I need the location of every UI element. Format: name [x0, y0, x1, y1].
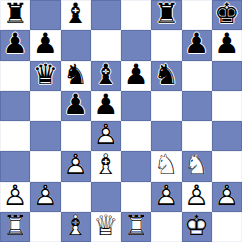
square-c6[interactable]: ♞: [61, 61, 91, 91]
piece-black-knight[interactable]: ♞: [151, 61, 181, 91]
piece-white-pawn[interactable]: ♟♙: [91, 121, 121, 151]
square-a1[interactable]: ♜♖: [0, 212, 30, 242]
white-bishop-outline-icon: ♗: [61, 212, 91, 242]
chess-board: ♜♝♜♚♟♟♟♟♛♞♝♟♞♟♟♟♙♟♙♝♗♞♘♞♘♟♙♟♙♟♙♟♙♟♙♜♖♝♗♛…: [0, 0, 242, 242]
black-pawn-icon: ♟: [121, 61, 151, 91]
white-rook-outline-icon: ♖: [0, 212, 30, 242]
black-pawn-icon: ♟: [182, 30, 212, 60]
piece-white-rook[interactable]: ♜♖: [0, 212, 30, 242]
square-h5[interactable]: [212, 91, 242, 121]
square-e2[interactable]: [121, 182, 151, 212]
white-bishop-outline-icon: ♗: [91, 151, 121, 181]
square-e1[interactable]: ♜♖: [121, 212, 151, 242]
square-f6[interactable]: ♞: [151, 61, 181, 91]
square-g6[interactable]: [182, 61, 212, 91]
piece-black-pawn[interactable]: ♟: [182, 30, 212, 60]
square-c7[interactable]: [61, 30, 91, 60]
piece-black-pawn[interactable]: ♟: [91, 91, 121, 121]
black-knight-icon: ♞: [151, 61, 181, 91]
square-h2[interactable]: ♟♙: [212, 182, 242, 212]
black-pawn-icon: ♟: [91, 91, 121, 121]
square-g2[interactable]: ♟♙: [182, 182, 212, 212]
black-bishop-icon: ♝: [91, 61, 121, 91]
square-g8[interactable]: [182, 0, 212, 30]
white-pawn-outline-icon: ♙: [182, 182, 212, 212]
piece-black-pawn[interactable]: ♟: [30, 30, 60, 60]
square-g5[interactable]: [182, 91, 212, 121]
piece-white-pawn[interactable]: ♟♙: [151, 182, 181, 212]
piece-black-pawn[interactable]: ♟: [121, 61, 151, 91]
white-knight-outline-icon: ♘: [182, 151, 212, 181]
square-f4[interactable]: [151, 121, 181, 151]
black-bishop-icon: ♝: [61, 0, 91, 30]
black-pawn-icon: ♟: [212, 30, 242, 60]
square-b2[interactable]: ♟♙: [30, 182, 60, 212]
square-g3[interactable]: ♞♘: [182, 151, 212, 181]
square-f5[interactable]: [151, 91, 181, 121]
white-pawn-outline-icon: ♙: [91, 121, 121, 151]
white-pawn-outline-icon: ♙: [212, 182, 242, 212]
piece-white-king[interactable]: ♚♔: [182, 212, 212, 242]
piece-white-rook[interactable]: ♜♖: [121, 212, 151, 242]
square-h8[interactable]: ♚: [212, 0, 242, 30]
white-pawn-outline-icon: ♙: [61, 151, 91, 181]
square-g7[interactable]: ♟: [182, 30, 212, 60]
square-c4[interactable]: [61, 121, 91, 151]
square-a7[interactable]: ♟: [0, 30, 30, 60]
square-e4[interactable]: [121, 121, 151, 151]
square-h3[interactable]: [212, 151, 242, 181]
square-b5[interactable]: [30, 91, 60, 121]
piece-black-pawn[interactable]: ♟: [61, 91, 91, 121]
square-c1[interactable]: ♝♗: [61, 212, 91, 242]
black-king-icon: ♚: [212, 0, 242, 30]
piece-white-pawn[interactable]: ♟♙: [0, 182, 30, 212]
square-f7[interactable]: [151, 30, 181, 60]
square-d8[interactable]: [91, 0, 121, 30]
piece-white-bishop[interactable]: ♝♗: [61, 212, 91, 242]
piece-white-queen[interactable]: ♛♕: [91, 212, 121, 242]
black-pawn-icon: ♟: [61, 91, 91, 121]
white-pawn-outline-icon: ♙: [0, 182, 30, 212]
black-queen-icon: ♛: [30, 61, 60, 91]
piece-white-pawn[interactable]: ♟♙: [212, 182, 242, 212]
square-f1[interactable]: [151, 212, 181, 242]
piece-white-knight[interactable]: ♞♘: [182, 151, 212, 181]
white-pawn-outline-icon: ♙: [30, 182, 60, 212]
square-d7[interactable]: [91, 30, 121, 60]
square-b4[interactable]: [30, 121, 60, 151]
square-d2[interactable]: [91, 182, 121, 212]
square-e5[interactable]: [121, 91, 151, 121]
square-a2[interactable]: ♟♙: [0, 182, 30, 212]
piece-black-queen[interactable]: ♛: [30, 61, 60, 91]
square-e7[interactable]: [121, 30, 151, 60]
square-h7[interactable]: ♟: [212, 30, 242, 60]
square-a3[interactable]: [0, 151, 30, 181]
square-a6[interactable]: [0, 61, 30, 91]
piece-black-rook[interactable]: ♜: [151, 0, 181, 30]
piece-black-bishop[interactable]: ♝: [61, 0, 91, 30]
square-d4[interactable]: ♟♙: [91, 121, 121, 151]
square-e6[interactable]: ♟: [121, 61, 151, 91]
piece-black-pawn[interactable]: ♟: [212, 30, 242, 60]
black-knight-icon: ♞: [61, 61, 91, 91]
square-b8[interactable]: [30, 0, 60, 30]
square-c2[interactable]: [61, 182, 91, 212]
square-b6[interactable]: ♛: [30, 61, 60, 91]
square-a8[interactable]: ♜: [0, 0, 30, 30]
black-rook-icon: ♜: [0, 0, 30, 30]
square-d5[interactable]: ♟: [91, 91, 121, 121]
piece-black-bishop[interactable]: ♝: [91, 61, 121, 91]
piece-white-bishop[interactable]: ♝♗: [91, 151, 121, 181]
square-b1[interactable]: [30, 212, 60, 242]
white-queen-outline-icon: ♕: [91, 212, 121, 242]
white-pawn-outline-icon: ♙: [151, 182, 181, 212]
piece-white-pawn[interactable]: ♟♙: [182, 182, 212, 212]
white-knight-outline-icon: ♘: [151, 151, 181, 181]
square-c8[interactable]: ♝: [61, 0, 91, 30]
square-f2[interactable]: ♟♙: [151, 182, 181, 212]
square-f8[interactable]: ♜: [151, 0, 181, 30]
square-a4[interactable]: [0, 121, 30, 151]
piece-black-knight[interactable]: ♞: [61, 61, 91, 91]
square-h4[interactable]: [212, 121, 242, 151]
piece-white-knight[interactable]: ♞♘: [151, 151, 181, 181]
square-c5[interactable]: ♟: [61, 91, 91, 121]
white-rook-outline-icon: ♖: [121, 212, 151, 242]
piece-black-pawn[interactable]: ♟: [0, 30, 30, 60]
piece-black-rook[interactable]: ♜: [0, 0, 30, 30]
piece-white-pawn[interactable]: ♟♙: [30, 182, 60, 212]
piece-black-king[interactable]: ♚: [212, 0, 242, 30]
square-d6[interactable]: ♝: [91, 61, 121, 91]
square-a5[interactable]: [0, 91, 30, 121]
square-e3[interactable]: [121, 151, 151, 181]
square-b3[interactable]: [30, 151, 60, 181]
white-king-outline-icon: ♔: [182, 212, 212, 242]
square-d3[interactable]: ♝♗: [91, 151, 121, 181]
black-pawn-icon: ♟: [30, 30, 60, 60]
square-e8[interactable]: [121, 0, 151, 30]
square-h1[interactable]: [212, 212, 242, 242]
square-d1[interactable]: ♛♕: [91, 212, 121, 242]
square-f3[interactable]: ♞♘: [151, 151, 181, 181]
square-g1[interactable]: ♚♔: [182, 212, 212, 242]
square-h6[interactable]: [212, 61, 242, 91]
square-g4[interactable]: [182, 121, 212, 151]
black-pawn-icon: ♟: [0, 30, 30, 60]
black-rook-icon: ♜: [151, 0, 181, 30]
square-c3[interactable]: ♟♙: [61, 151, 91, 181]
piece-white-pawn[interactable]: ♟♙: [61, 151, 91, 181]
square-b7[interactable]: ♟: [30, 30, 60, 60]
